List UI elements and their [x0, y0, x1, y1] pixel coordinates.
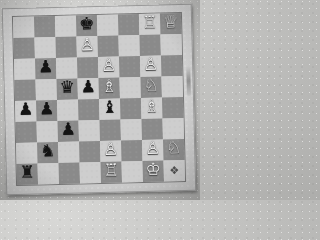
black-king-d8[interactable]: ♚ [79, 13, 95, 34]
square-h5[interactable] [161, 76, 183, 98]
square-a3[interactable] [16, 122, 38, 144]
square-f7[interactable] [118, 35, 140, 57]
chess-board[interactable]: ♚♖♕♙♟♙♙♛♟♗♘♟♟♝♗♟♞♙♙♘♜♖♔❖ [13, 13, 185, 185]
white-pawn-g2[interactable]: ♙ [145, 138, 161, 159]
square-b2[interactable]: ♞ [37, 142, 59, 164]
square-f8[interactable] [118, 14, 140, 36]
square-c3[interactable]: ♟ [58, 121, 80, 143]
black-pawn-d5[interactable]: ♟ [80, 76, 96, 97]
square-f5[interactable] [119, 77, 141, 99]
square-c1[interactable] [59, 162, 81, 184]
square-a1[interactable]: ♜ [17, 164, 39, 186]
square-c7[interactable] [55, 37, 77, 59]
square-b8[interactable] [34, 16, 56, 38]
square-f6[interactable] [119, 56, 141, 78]
black-knight-b2[interactable]: ♞ [40, 140, 56, 161]
square-h7[interactable] [160, 34, 182, 56]
square-d3[interactable] [79, 120, 101, 142]
board-maker-emblem-icon: ❖ [169, 160, 179, 181]
white-bishop-g4[interactable]: ♗ [144, 96, 160, 117]
black-bishop-e4[interactable]: ♝ [102, 97, 118, 118]
square-a6[interactable] [14, 59, 36, 81]
square-h2[interactable]: ♘ [163, 139, 185, 161]
square-h1[interactable]: ❖ [164, 160, 186, 182]
white-pawn-e2[interactable]: ♙ [103, 139, 119, 160]
white-rook-e1[interactable]: ♖ [103, 160, 119, 181]
square-d5[interactable]: ♟ [77, 78, 99, 100]
square-f1[interactable] [122, 161, 144, 183]
black-pawn-b6[interactable]: ♟ [38, 56, 54, 77]
black-pawn-b4[interactable]: ♟ [39, 98, 55, 119]
white-king-g1[interactable]: ♔ [145, 159, 161, 180]
photo-area: ♚♖♕♙♟♙♙♛♟♗♘♟♟♝♗♟♞♙♙♘♜♖♔❖ [0, 0, 200, 200]
white-rook-g8[interactable]: ♖ [142, 12, 158, 33]
square-h4[interactable] [162, 97, 184, 119]
square-e1[interactable]: ♖ [101, 161, 123, 183]
square-d2[interactable] [79, 141, 101, 163]
white-pawn-e6[interactable]: ♙ [101, 55, 117, 76]
chess-board-frame: ♚♖♕♙♟♙♙♛♟♗♘♟♟♝♗♟♞♙♙♘♜♖♔❖ [2, 4, 197, 196]
square-c8[interactable] [55, 16, 77, 38]
white-knight-g5[interactable]: ♘ [143, 75, 159, 96]
black-rook-a1[interactable]: ♜ [19, 162, 35, 183]
maker-mark-smudge [186, 66, 191, 96]
square-f4[interactable] [120, 98, 142, 120]
square-a8[interactable] [13, 17, 35, 39]
square-c5[interactable]: ♛ [56, 79, 78, 101]
white-queen-h8[interactable]: ♕ [163, 11, 179, 32]
white-pawn-g6[interactable]: ♙ [143, 54, 159, 75]
black-pawn-a4[interactable]: ♟ [18, 99, 34, 120]
white-knight-h2[interactable]: ♘ [166, 137, 182, 158]
white-pawn-d7[interactable]: ♙ [79, 34, 95, 55]
square-f3[interactable] [120, 119, 142, 141]
square-e8[interactable] [97, 15, 119, 37]
square-g8[interactable]: ♖ [139, 13, 161, 35]
square-b6[interactable]: ♟ [35, 58, 57, 80]
black-pawn-c3[interactable]: ♟ [60, 119, 76, 140]
square-e4[interactable]: ♝ [99, 98, 121, 120]
square-b4[interactable]: ♟ [36, 100, 58, 122]
square-f2[interactable] [121, 140, 143, 162]
square-d1[interactable] [80, 162, 102, 184]
square-a7[interactable] [13, 38, 35, 60]
square-d7[interactable]: ♙ [76, 36, 98, 58]
black-queen-c5[interactable]: ♛ [59, 77, 75, 98]
white-bishop-e5[interactable]: ♗ [101, 76, 117, 97]
square-a4[interactable]: ♟ [15, 101, 37, 123]
square-c2[interactable] [58, 142, 80, 164]
square-d4[interactable] [78, 99, 100, 121]
square-h8[interactable]: ♕ [160, 13, 182, 35]
square-b1[interactable] [38, 163, 60, 185]
square-g1[interactable]: ♔ [143, 160, 165, 182]
square-g4[interactable]: ♗ [141, 97, 163, 119]
square-h6[interactable] [161, 55, 183, 77]
